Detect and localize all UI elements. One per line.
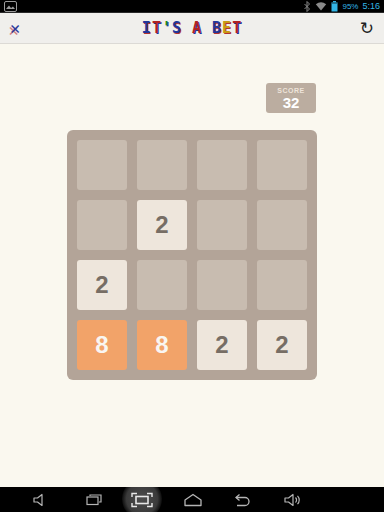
battery-icon xyxy=(331,1,338,12)
volume-down-icon xyxy=(31,493,49,507)
cell-empty xyxy=(137,260,187,310)
navigation-bar xyxy=(0,487,384,512)
wifi-icon xyxy=(315,1,327,11)
volume-up-button[interactable] xyxy=(278,487,306,512)
cell-empty xyxy=(137,140,187,190)
recents-button[interactable] xyxy=(80,487,108,512)
cell-empty xyxy=(77,140,127,190)
refresh-button[interactable]: ↻ xyxy=(360,20,374,37)
tile-2: 2 xyxy=(137,200,187,250)
app-bar: ✕ IT'S A BET ↻ xyxy=(0,13,384,44)
cell-empty xyxy=(257,200,307,250)
volume-up-icon xyxy=(283,493,301,507)
cell-empty xyxy=(197,200,247,250)
title-letter: E xyxy=(222,19,232,37)
tile-2: 2 xyxy=(77,260,127,310)
title-letter: T xyxy=(232,19,242,37)
score-badge: SCORE 32 xyxy=(266,83,316,113)
clock: 5:16 xyxy=(362,0,380,13)
cell-empty xyxy=(257,260,307,310)
bluetooth-icon xyxy=(303,1,311,12)
title-letter: ' xyxy=(162,19,172,37)
board-grid[interactable]: 228822 xyxy=(67,130,317,380)
battery-percent: 95% xyxy=(342,0,358,13)
screenshot-notification-icon xyxy=(4,1,17,12)
screenshot-icon xyxy=(131,492,153,508)
recents-icon xyxy=(85,493,103,507)
volume-down-button[interactable] xyxy=(26,487,54,512)
cell-empty xyxy=(197,140,247,190)
home-button[interactable] xyxy=(179,487,207,512)
screenshot-button[interactable] xyxy=(128,487,156,512)
status-bar: 95% 5:16 xyxy=(0,0,384,13)
close-button[interactable]: ✕ xyxy=(10,20,20,37)
back-icon xyxy=(232,493,252,507)
title-letter: A xyxy=(192,19,202,37)
app-title: IT'S A BET xyxy=(0,19,384,37)
title-letter: B xyxy=(212,19,222,37)
score-value: 32 xyxy=(283,95,300,110)
tile-2: 2 xyxy=(197,320,247,370)
cell-empty xyxy=(257,140,307,190)
title-letter: I xyxy=(142,19,152,37)
back-button[interactable] xyxy=(228,487,256,512)
screen: 95% 5:16 ✕ IT'S A BET ↻ SCORE 32 228822 xyxy=(0,0,384,512)
cell-empty xyxy=(197,260,247,310)
home-icon xyxy=(183,493,203,507)
title-letter xyxy=(182,19,192,37)
title-letter: T xyxy=(152,19,162,37)
tile-2: 2 xyxy=(257,320,307,370)
tile-8: 8 xyxy=(77,320,127,370)
title-letter xyxy=(202,19,212,37)
tile-8: 8 xyxy=(137,320,187,370)
cell-empty xyxy=(77,200,127,250)
title-letter: S xyxy=(172,19,182,37)
